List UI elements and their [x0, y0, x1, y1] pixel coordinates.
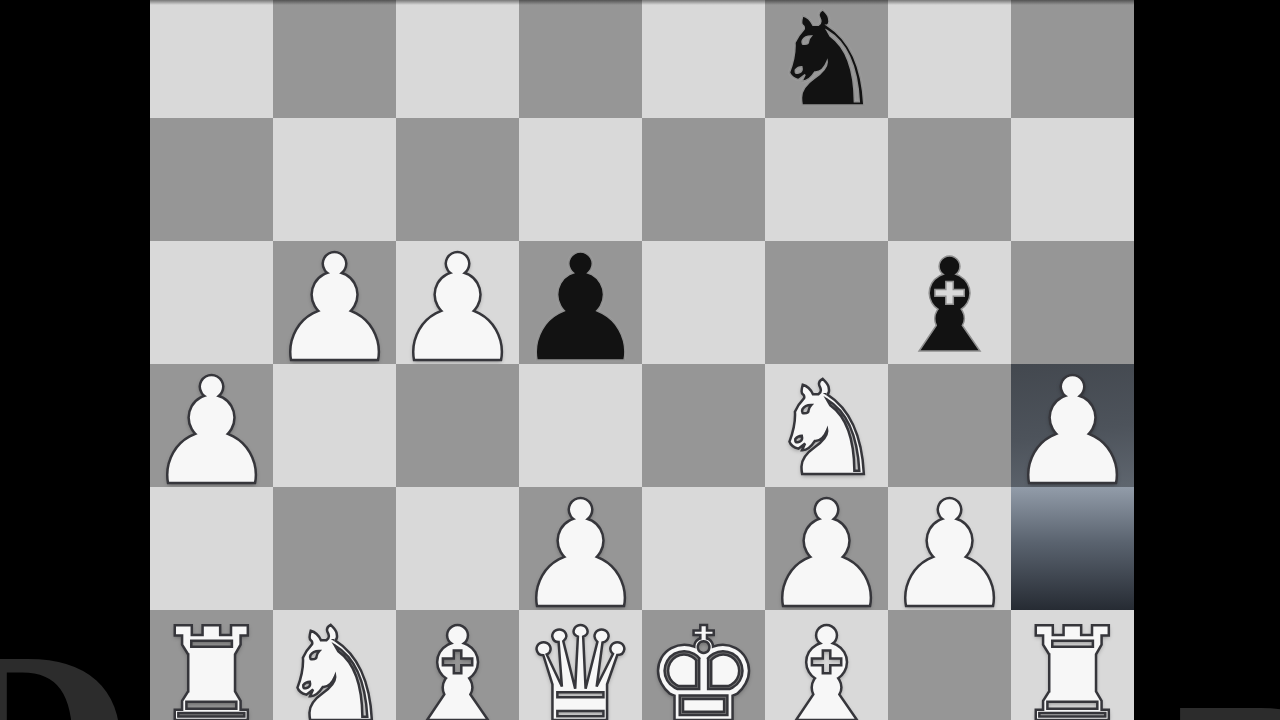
square-d4: ♟ [519, 241, 642, 364]
square-h1: ♜ [1011, 610, 1134, 720]
square-e2 [642, 487, 765, 610]
square-e5 [642, 118, 765, 241]
white-queen: ♛ [522, 610, 639, 720]
square-g2: ♟ [888, 487, 1011, 610]
white-pawn: ♟ [145, 358, 278, 506]
square-f2: ♟ [765, 487, 888, 610]
square-a3: ♟ [150, 364, 273, 487]
square-b4: ♟ [273, 241, 396, 364]
letterbox-right [1134, 0, 1280, 720]
square-b6 [273, 0, 396, 118]
black-knight: ♞ [768, 0, 885, 125]
white-rook: ♜ [1014, 610, 1131, 720]
square-f6: ♞ [765, 0, 888, 118]
video-frame: ♞♟♟♟♝♟♞♟♟♟♟♜♞♝♛♚♝♜ D D [0, 0, 1280, 720]
square-c3 [396, 364, 519, 487]
square-c4: ♟ [396, 241, 519, 364]
square-b2 [273, 487, 396, 610]
white-pawn: ♟ [391, 235, 524, 383]
square-g5 [888, 118, 1011, 241]
white-bishop: ♝ [768, 610, 885, 720]
square-b3 [273, 364, 396, 487]
square-g6 [888, 0, 1011, 118]
white-rook: ♜ [153, 610, 270, 720]
square-f5 [765, 118, 888, 241]
white-king: ♚ [645, 610, 762, 720]
square-h5 [1011, 118, 1134, 241]
white-pawn: ♟ [883, 481, 1016, 629]
square-g4: ♝ [888, 241, 1011, 364]
square-a5 [150, 118, 273, 241]
square-h2 [1011, 487, 1134, 610]
chess-board: ♞♟♟♟♝♟♞♟♟♟♟♜♞♝♛♚♝♜ [150, 0, 1134, 720]
square-f1: ♝ [765, 610, 888, 720]
square-a1: ♜ [150, 610, 273, 720]
white-bishop: ♝ [399, 610, 516, 720]
white-pawn: ♟ [1006, 358, 1139, 506]
square-a6 [150, 0, 273, 118]
square-g1 [888, 610, 1011, 720]
square-b1: ♞ [273, 610, 396, 720]
square-h6 [1011, 0, 1134, 118]
square-e1: ♚ [642, 610, 765, 720]
square-c6 [396, 0, 519, 118]
square-e6 [642, 0, 765, 118]
square-d2: ♟ [519, 487, 642, 610]
square-e3 [642, 364, 765, 487]
square-d1: ♛ [519, 610, 642, 720]
square-a2 [150, 487, 273, 610]
white-knight: ♞ [276, 610, 393, 720]
black-bishop: ♝ [891, 241, 1008, 371]
letterbox-left [0, 0, 150, 720]
black-pawn: ♟ [514, 235, 647, 383]
square-c2 [396, 487, 519, 610]
square-e4 [642, 241, 765, 364]
white-pawn: ♟ [268, 235, 401, 383]
square-f4 [765, 241, 888, 364]
square-d6 [519, 0, 642, 118]
square-h3: ♟ [1011, 364, 1134, 487]
square-c1: ♝ [396, 610, 519, 720]
